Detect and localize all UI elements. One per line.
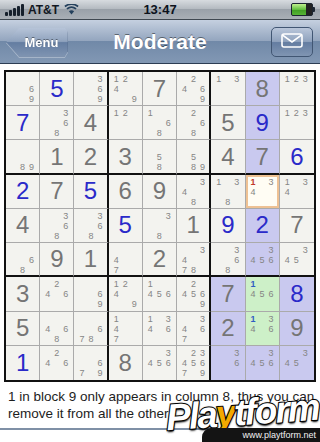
- pencil-marks: 345: [280, 346, 314, 380]
- cell-r1c7[interactable]: 13: [211, 72, 245, 106]
- pencil-marks: 246: [40, 346, 73, 380]
- user-digit: 6: [280, 140, 314, 172]
- pencil-marks: 1456: [246, 277, 279, 310]
- user-digit: 1: [6, 346, 39, 380]
- pencil-marks: 368: [40, 106, 73, 139]
- pencil-marks: 58: [143, 140, 176, 172]
- cell-r4c9[interactable]: 134: [280, 175, 314, 209]
- cell-r6c1[interactable]: 68: [6, 243, 40, 277]
- given-digit: 5: [211, 106, 244, 139]
- watermark-url: www.playtform.net: [242, 430, 316, 440]
- cell-r5c7[interactable]: 9: [211, 209, 245, 243]
- user-digit: 2: [246, 209, 279, 242]
- cell-r9c2[interactable]: 246: [40, 346, 74, 380]
- cell-r2c5[interactable]: 168: [143, 106, 177, 140]
- cell-r3c2[interactable]: 1: [40, 140, 74, 174]
- given-digit: 3: [6, 277, 39, 310]
- cell-r2c4[interactable]: 12: [109, 106, 143, 140]
- given-digit: 1: [177, 209, 209, 242]
- cell-r6c2[interactable]: 9: [40, 243, 74, 277]
- cell-r7c3[interactable]: 69: [74, 277, 108, 311]
- cell-r5c6[interactable]: 1: [177, 209, 211, 243]
- cell-r7c1[interactable]: 3: [6, 277, 40, 311]
- cell-r5c1[interactable]: 4: [6, 209, 40, 243]
- app-screen: AT&T 13:47 Moderate Menu: [0, 0, 320, 442]
- cell-r3c3[interactable]: 2: [74, 140, 108, 174]
- given-digit: 8: [109, 346, 142, 380]
- cell-r4c7[interactable]: 138: [211, 175, 245, 209]
- cell-r2c9[interactable]: 123: [280, 106, 314, 140]
- cell-r1c8[interactable]: 8: [246, 72, 280, 106]
- user-digit: 7: [6, 106, 39, 139]
- cell-r4c4[interactable]: 6: [109, 175, 143, 209]
- menu-back-button[interactable]: Menu: [6, 27, 68, 57]
- user-digit: 8: [280, 277, 314, 310]
- nav-bar: Moderate Menu: [0, 20, 320, 64]
- cell-r9c9[interactable]: 345: [280, 346, 314, 380]
- cell-r9c4[interactable]: 8: [109, 346, 143, 380]
- pencil-marks: 348: [177, 175, 209, 208]
- user-digit: 9: [211, 209, 244, 242]
- cell-r3c6[interactable]: 589: [177, 140, 211, 174]
- pencil-marks: 3467: [177, 312, 209, 345]
- cell-r3c8[interactable]: 7: [246, 140, 280, 174]
- pencil-marks: 69: [6, 72, 39, 105]
- cell-r8c6[interactable]: 3467: [177, 312, 211, 346]
- cell-r6c6[interactable]: 3478: [177, 243, 211, 277]
- mail-button[interactable]: [271, 27, 313, 57]
- cell-r4c3[interactable]: 5: [74, 175, 108, 209]
- hint-text: 1 in block 9 only appears in column 8, t…: [0, 388, 320, 422]
- cell-r4c6[interactable]: 348: [177, 175, 211, 209]
- envelope-icon: [281, 33, 303, 52]
- cell-r2c7[interactable]: 5: [211, 106, 245, 140]
- cell-r6c5[interactable]: 2: [143, 243, 177, 277]
- pencil-marks: 134: [246, 175, 279, 208]
- pencil-marks: 123: [280, 106, 314, 139]
- pencil-marks: 147: [109, 312, 142, 345]
- pencil-marks: 368: [40, 209, 73, 242]
- pencil-marks: 368: [74, 209, 106, 242]
- cell-r1c2[interactable]: 5: [40, 72, 74, 106]
- cell-r4c8[interactable]: 134: [246, 175, 280, 209]
- menu-back-label: Menu: [25, 35, 59, 50]
- watermark-url-bar: www.playtform.net: [202, 428, 320, 442]
- cell-r3c5[interactable]: 58: [143, 140, 177, 174]
- given-digit: 3: [109, 140, 142, 172]
- cell-r5c9[interactable]: 7: [280, 209, 314, 243]
- given-digit: 4: [211, 140, 244, 172]
- cell-r4c2[interactable]: 7: [40, 175, 74, 209]
- cell-r3c1[interactable]: 89: [6, 140, 40, 174]
- cell-r1c3[interactable]: 369: [74, 72, 108, 106]
- cell-r8c9[interactable]: 9: [280, 312, 314, 346]
- cell-r1c4[interactable]: 1249: [109, 72, 143, 106]
- cell-r7c5[interactable]: 1456: [143, 277, 177, 311]
- given-digit: 9: [40, 243, 73, 275]
- cell-r9c1[interactable]: 1: [6, 346, 40, 380]
- given-digit: 9: [280, 312, 314, 345]
- pencil-marks: 134: [280, 175, 314, 208]
- pencil-marks: 168: [143, 106, 176, 139]
- cell-r8c5[interactable]: 1346: [143, 312, 177, 346]
- pencil-marks: 36: [211, 346, 244, 380]
- cell-r6c3[interactable]: 1: [74, 243, 108, 277]
- given-digit: 9: [143, 175, 176, 208]
- given-digit: 5: [6, 312, 39, 345]
- cell-r4c1[interactable]: 2: [6, 175, 40, 209]
- given-digit: 2: [143, 243, 176, 275]
- cell-r3c9[interactable]: 6: [280, 140, 314, 174]
- cell-r8c3[interactable]: 678: [74, 312, 108, 346]
- given-digit: 7: [246, 140, 279, 172]
- status-bar: AT&T 13:47: [0, 0, 320, 20]
- cell-r1c9[interactable]: 123: [280, 72, 314, 106]
- cell-r5c5[interactable]: 38: [143, 209, 177, 243]
- pencil-marks: 12: [109, 106, 142, 139]
- cell-r9c6[interactable]: 2345679: [177, 346, 211, 380]
- cell-r7c8[interactable]: 1456: [246, 277, 280, 311]
- pencil-marks: 47: [109, 243, 142, 275]
- cell-r8c2[interactable]: 468: [40, 312, 74, 346]
- cell-r8c4[interactable]: 147: [109, 312, 143, 346]
- cell-r9c3[interactable]: 679: [74, 346, 108, 380]
- user-digit: 5: [40, 72, 73, 105]
- pencil-marks: 369: [74, 72, 106, 105]
- pencil-marks: 24569: [177, 277, 209, 310]
- cell-r5c3[interactable]: 368: [74, 209, 108, 243]
- pencil-marks: 1346: [143, 312, 176, 345]
- cell-r7c7[interactable]: 7: [211, 277, 245, 311]
- cell-r7c2[interactable]: 246: [40, 277, 74, 311]
- pencil-marks: 89: [6, 140, 39, 172]
- cell-r1c5[interactable]: 7: [143, 72, 177, 106]
- cell-r6c7[interactable]: 368: [211, 243, 245, 277]
- cell-r9c7[interactable]: 36: [211, 346, 245, 380]
- pencil-marks: 1346: [246, 312, 279, 345]
- pencil-marks: 3456: [246, 243, 279, 275]
- cell-r7c9[interactable]: 8: [280, 277, 314, 311]
- pencil-marks: 678: [74, 312, 106, 345]
- cell-r4c5[interactable]: 9: [143, 175, 177, 209]
- clock: 13:47: [0, 2, 320, 17]
- given-digit: 2: [74, 140, 106, 172]
- cell-r2c1[interactable]: 7: [6, 106, 40, 140]
- pencil-marks: 3478: [177, 243, 209, 275]
- cell-r5c2[interactable]: 368: [40, 209, 74, 243]
- user-digit: 5: [109, 209, 142, 242]
- pencil-marks: 268: [177, 106, 209, 139]
- bottom-divider: [0, 428, 320, 430]
- cell-r9c5[interactable]: 3456: [143, 346, 177, 380]
- user-digit: 5: [74, 175, 106, 208]
- pencil-marks: 69: [74, 277, 106, 310]
- given-digit: 8: [246, 72, 279, 105]
- pencil-marks: 246: [40, 277, 73, 310]
- given-digit: 7: [143, 72, 176, 105]
- given-digit: 4: [6, 209, 39, 242]
- cell-r5c8[interactable]: 2: [246, 209, 280, 243]
- user-digit: 2: [6, 175, 39, 208]
- cell-r7c6[interactable]: 24569: [177, 277, 211, 311]
- given-digit: 6: [109, 175, 142, 208]
- cell-r6c8[interactable]: 3456: [246, 243, 280, 277]
- pencil-marks: 345: [280, 243, 314, 275]
- cell-r2c3[interactable]: 4: [74, 106, 108, 140]
- cell-r8c1[interactable]: 5: [6, 312, 40, 346]
- given-digit: 4: [74, 106, 106, 139]
- pencil-marks: 589: [177, 140, 209, 172]
- pencil-marks: 138: [211, 175, 244, 208]
- cell-r3c4[interactable]: 3: [109, 140, 143, 174]
- pencil-marks: 1456: [143, 277, 176, 310]
- pencil-marks: 13: [211, 72, 244, 105]
- cell-r1c1[interactable]: 69: [6, 72, 40, 106]
- pencil-marks: 3456: [143, 346, 176, 380]
- pencil-marks: 123: [280, 72, 314, 105]
- given-digit: 7: [280, 209, 314, 242]
- cell-r8c7[interactable]: 2: [211, 312, 245, 346]
- pencil-marks: 2345679: [177, 346, 209, 380]
- pencil-marks: 468: [40, 312, 73, 345]
- given-digit: 7: [211, 277, 244, 310]
- pencil-marks: 368: [211, 243, 244, 275]
- given-digit: 2: [211, 312, 244, 345]
- sudoku-board: 6953691249724691381237368412168268591238…: [4, 70, 316, 382]
- user-digit: 9: [246, 106, 279, 139]
- cell-r5c4[interactable]: 5: [109, 209, 143, 243]
- cell-r2c6[interactable]: 268: [177, 106, 211, 140]
- given-digit: 1: [74, 243, 106, 275]
- given-digit: 7: [40, 175, 73, 208]
- cell-r9c8[interactable]: 3456: [246, 346, 280, 380]
- pencil-marks: 679: [74, 346, 106, 380]
- pencil-marks: 3456: [246, 346, 279, 380]
- pencil-marks: 68: [6, 243, 39, 275]
- cell-r3c7[interactable]: 4: [211, 140, 245, 174]
- cell-r2c8[interactable]: 9: [246, 106, 280, 140]
- cell-r6c4[interactable]: 47: [109, 243, 143, 277]
- cell-r7c4[interactable]: 1249: [109, 277, 143, 311]
- given-digit: 1: [40, 140, 73, 172]
- cell-r2c2[interactable]: 368: [40, 106, 74, 140]
- pencil-marks: 1249: [109, 72, 142, 105]
- cell-r1c6[interactable]: 2469: [177, 72, 211, 106]
- pencil-marks: 2469: [177, 72, 209, 105]
- pencil-marks: 1249: [109, 277, 142, 310]
- cell-r8c8[interactable]: 1346: [246, 312, 280, 346]
- pencil-marks: 38: [143, 209, 176, 242]
- cell-r6c9[interactable]: 345: [280, 243, 314, 277]
